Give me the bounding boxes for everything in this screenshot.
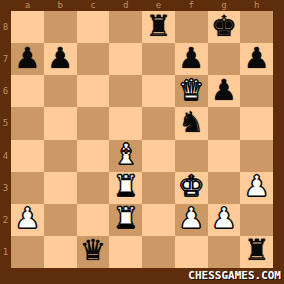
square-e1[interactable] [142,236,175,268]
square-a6[interactable] [11,75,44,107]
square-c3[interactable] [77,172,110,204]
square-d7[interactable] [109,43,142,75]
square-a8[interactable] [11,11,44,43]
file-label-h: h [240,0,273,11]
file-label-d: d [109,0,142,11]
square-b1[interactable] [44,236,77,268]
chess-diagram: abcdefgh 87654321 ♜♚♟♟♟♟♛♟♞♝♜♚♟♟♜♟♟♛♜ CH… [0,0,284,284]
square-b6[interactable] [44,75,77,107]
square-c5[interactable] [77,107,110,139]
square-g8[interactable]: ♚ [208,11,241,43]
rank-label-6: 6 [0,75,11,107]
square-f6[interactable]: ♛ [175,75,208,107]
chess-board: ♜♚♟♟♟♟♛♟♞♝♜♚♟♟♜♟♟♛♜ [11,11,273,268]
square-a5[interactable] [11,107,44,139]
square-d3[interactable]: ♜ [109,172,142,204]
black-pawn-g6: ♟ [211,76,237,105]
square-c6[interactable] [77,75,110,107]
file-label-b: b [44,0,77,11]
square-h7[interactable]: ♟ [240,43,273,75]
square-a7[interactable]: ♟ [11,43,44,75]
rank-label-2: 2 [0,204,11,236]
square-f2[interactable]: ♟ [175,204,208,236]
square-c2[interactable] [77,204,110,236]
file-label-f: f [175,0,208,11]
square-d1[interactable] [109,236,142,268]
white-pawn-f2: ♟ [178,204,204,233]
square-g4[interactable] [208,140,241,172]
black-pawn-a7: ♟ [14,44,40,73]
square-g6[interactable]: ♟ [208,75,241,107]
rank-label-3: 3 [0,172,11,204]
square-e8[interactable]: ♜ [142,11,175,43]
rank-label-7: 7 [0,43,11,75]
square-h1[interactable]: ♜ [240,236,273,268]
square-e6[interactable] [142,75,175,107]
square-c4[interactable] [77,140,110,172]
square-e2[interactable] [142,204,175,236]
black-pawn-h7: ♟ [244,44,270,73]
square-f5[interactable]: ♞ [175,107,208,139]
square-c7[interactable] [77,43,110,75]
square-a3[interactable] [11,172,44,204]
square-b8[interactable] [44,11,77,43]
square-d4[interactable]: ♝ [109,140,142,172]
watermark: CHESSGAMES.COM [188,269,281,283]
rank-label-5: 5 [0,107,11,139]
square-b7[interactable]: ♟ [44,43,77,75]
square-f7[interactable]: ♟ [175,43,208,75]
square-h3[interactable]: ♟ [240,172,273,204]
square-f4[interactable] [175,140,208,172]
square-d2[interactable]: ♜ [109,204,142,236]
square-g2[interactable]: ♟ [208,204,241,236]
black-king-g8: ♚ [211,12,237,41]
square-f3[interactable]: ♚ [175,172,208,204]
black-rook-e8: ♜ [145,12,171,41]
square-g5[interactable] [208,107,241,139]
square-d8[interactable] [109,11,142,43]
square-e5[interactable] [142,107,175,139]
square-e4[interactable] [142,140,175,172]
square-d6[interactable] [109,75,142,107]
white-bishop-d4: ♝ [113,140,139,169]
square-a2[interactable]: ♟ [11,204,44,236]
white-rook-d2: ♜ [113,204,139,233]
square-g3[interactable] [208,172,241,204]
file-label-c: c [77,0,110,11]
square-b4[interactable] [44,140,77,172]
square-h4[interactable] [240,140,273,172]
rank-label-1: 1 [0,236,11,268]
square-h5[interactable] [240,107,273,139]
square-f1[interactable] [175,236,208,268]
square-c1[interactable]: ♛ [77,236,110,268]
square-a1[interactable] [11,236,44,268]
rank-labels: 87654321 [0,11,11,268]
white-queen-f6: ♛ [178,76,204,105]
square-g1[interactable] [208,236,241,268]
white-pawn-h3: ♟ [244,172,270,201]
black-knight-f5: ♞ [178,108,204,137]
square-g7[interactable] [208,43,241,75]
black-pawn-b7: ♟ [47,44,73,73]
square-c8[interactable] [77,11,110,43]
black-pawn-f7: ♟ [178,44,204,73]
white-rook-d3: ♜ [113,172,139,201]
rank-label-8: 8 [0,11,11,43]
square-h6[interactable] [240,75,273,107]
square-e7[interactable] [142,43,175,75]
black-rook-h1: ♜ [244,236,270,265]
square-b3[interactable] [44,172,77,204]
file-label-a: a [11,0,44,11]
black-queen-c1: ♛ [80,236,106,265]
square-a4[interactable] [11,140,44,172]
square-b2[interactable] [44,204,77,236]
white-king-f3: ♚ [178,172,204,201]
square-b5[interactable] [44,107,77,139]
white-pawn-g2: ♟ [211,204,237,233]
square-f8[interactable] [175,11,208,43]
square-h8[interactable] [240,11,273,43]
white-pawn-a2: ♟ [14,204,40,233]
square-h2[interactable] [240,204,273,236]
square-e3[interactable] [142,172,175,204]
square-d5[interactable] [109,107,142,139]
rank-label-4: 4 [0,140,11,172]
